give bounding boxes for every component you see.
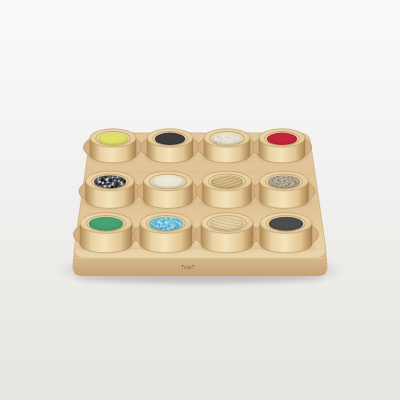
material-shading <box>268 175 300 188</box>
pot-green-felt <box>80 213 132 253</box>
material-shading <box>98 133 128 146</box>
pot-natural-fibre <box>201 213 253 253</box>
pot-white-fleece <box>144 171 193 208</box>
sensory-board-image: TickiT <box>0 0 400 400</box>
pot-blue-glitter <box>140 213 192 253</box>
pot-black-glitter-stones <box>86 171 135 208</box>
material-shading <box>211 175 243 188</box>
pot-dark-grey-felt <box>260 213 312 253</box>
pot-charcoal-fabric <box>147 129 193 163</box>
pot-yellow-felt <box>90 129 136 163</box>
material-shading <box>94 175 126 188</box>
brand-logo: TickiT <box>181 265 194 270</box>
pot-silver-mesh <box>260 171 309 208</box>
material-shading <box>210 217 244 231</box>
material-shading <box>152 175 184 188</box>
pot-cream-sand <box>204 129 250 163</box>
material-shading <box>267 133 297 146</box>
material-shading <box>89 217 123 231</box>
pot-bare-wood-grain <box>203 171 252 208</box>
product-photo-scene: TickiT <box>0 0 400 400</box>
material-shading <box>212 133 242 146</box>
material-shading <box>149 217 183 231</box>
pot-red-felt <box>259 129 305 163</box>
material-shading <box>155 133 185 146</box>
material-shading <box>269 217 303 231</box>
